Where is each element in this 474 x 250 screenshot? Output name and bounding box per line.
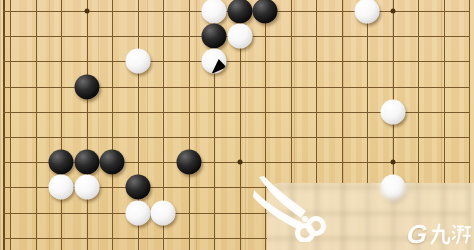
white-stone[interactable] (151, 200, 176, 225)
scissors-watermark-icon (253, 176, 345, 242)
white-stone[interactable] (202, 0, 227, 24)
jiuyou-logo-mark: G (405, 221, 428, 247)
jiuyou-logo: G (407, 221, 471, 247)
black-stone[interactable] (49, 150, 74, 175)
white-stone[interactable] (380, 99, 405, 124)
go-app-screenshot: G (0, 0, 474, 250)
black-stone[interactable] (202, 24, 227, 49)
grid-hline-row6 (3, 137, 470, 138)
grid-hline-row3 (3, 61, 470, 62)
black-stone[interactable] (100, 150, 125, 175)
black-stone[interactable] (125, 175, 150, 200)
star-point (237, 160, 242, 165)
star-point (84, 9, 89, 14)
white-stone[interactable] (74, 175, 99, 200)
black-stone[interactable] (74, 150, 99, 175)
white-stone[interactable] (227, 24, 252, 49)
white-stone[interactable] (125, 49, 150, 74)
white-stone[interactable] (355, 0, 380, 24)
white-stone[interactable] (202, 49, 227, 74)
white-stone[interactable] (125, 200, 150, 225)
star-point (390, 9, 395, 14)
black-stone[interactable] (74, 74, 99, 99)
white-stone[interactable] (49, 175, 74, 200)
triangle-marker (212, 59, 227, 74)
star-point (390, 160, 395, 165)
black-stone[interactable] (227, 0, 252, 24)
jiuyou-logo-char-jiu (430, 223, 450, 245)
black-stone[interactable] (176, 150, 201, 175)
black-stone[interactable] (253, 0, 278, 24)
jiuyou-logo-char-you (451, 223, 471, 245)
